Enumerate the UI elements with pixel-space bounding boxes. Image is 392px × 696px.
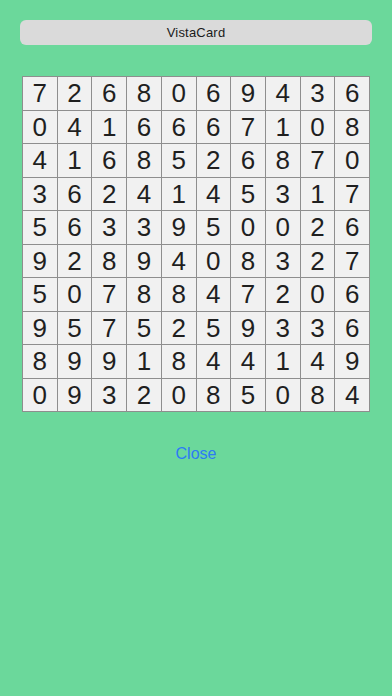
grid-cell-r3c3[interactable]: 6 (92, 144, 126, 177)
grid-cell-r2c5[interactable]: 6 (162, 111, 196, 144)
grid-cell-r3c9[interactable]: 7 (301, 144, 335, 177)
grid-cell-r4c10[interactable]: 7 (335, 178, 369, 211)
grid-cell-r5c7[interactable]: 0 (231, 211, 265, 244)
grid-cell-r3c2[interactable]: 1 (58, 144, 92, 177)
grid-cell-r5c8[interactable]: 0 (266, 211, 300, 244)
grid-cell-r8c6[interactable]: 5 (197, 312, 231, 345)
grid-cell-r2c3[interactable]: 1 (92, 111, 126, 144)
grid-cell-r6c7[interactable]: 8 (231, 245, 265, 278)
grid-cell-r5c1[interactable]: 5 (23, 211, 57, 244)
grid-cell-r3c7[interactable]: 6 (231, 144, 265, 177)
grid-cell-r8c5[interactable]: 2 (162, 312, 196, 345)
grid-cell-r5c6[interactable]: 5 (197, 211, 231, 244)
grid-cell-r8c3[interactable]: 7 (92, 312, 126, 345)
grid-cell-r8c8[interactable]: 3 (266, 312, 300, 345)
grid-cell-r6c3[interactable]: 8 (92, 245, 126, 278)
grid-cell-r5c3[interactable]: 3 (92, 211, 126, 244)
grid-cell-r4c3[interactable]: 2 (92, 178, 126, 211)
grid-cell-r9c10[interactable]: 9 (335, 345, 369, 378)
grid-cell-r9c9[interactable]: 4 (301, 345, 335, 378)
grid-cell-r5c4[interactable]: 3 (127, 211, 161, 244)
grid-cell-r4c2[interactable]: 6 (58, 178, 92, 211)
grid-cell-r1c7[interactable]: 9 (231, 77, 265, 110)
grid-cell-r1c1[interactable]: 7 (23, 77, 57, 110)
grid-cell-r7c9[interactable]: 0 (301, 278, 335, 311)
grid-cell-r8c9[interactable]: 3 (301, 312, 335, 345)
grid-cell-r2c4[interactable]: 6 (127, 111, 161, 144)
grid-cell-r9c7[interactable]: 4 (231, 345, 265, 378)
grid-cell-r4c1[interactable]: 3 (23, 178, 57, 211)
grid-cell-r7c7[interactable]: 7 (231, 278, 265, 311)
grid-cell-r10c10[interactable]: 4 (335, 379, 369, 412)
grid-cell-r2c6[interactable]: 6 (197, 111, 231, 144)
grid-cell-r9c2[interactable]: 9 (58, 345, 92, 378)
grid-cell-r1c9[interactable]: 3 (301, 77, 335, 110)
grid-cell-r7c6[interactable]: 4 (197, 278, 231, 311)
grid-cell-r7c5[interactable]: 8 (162, 278, 196, 311)
grid-cell-r3c5[interactable]: 5 (162, 144, 196, 177)
grid-cell-r7c4[interactable]: 8 (127, 278, 161, 311)
grid-cell-r6c6[interactable]: 0 (197, 245, 231, 278)
grid-cell-r6c1[interactable]: 9 (23, 245, 57, 278)
grid-cell-r1c5[interactable]: 0 (162, 77, 196, 110)
grid-cell-r9c3[interactable]: 9 (92, 345, 126, 378)
grid-cell-r5c9[interactable]: 2 (301, 211, 335, 244)
vistacard-screen: VistaCard 726806943604166671084168526870… (0, 0, 392, 696)
grid-cell-r3c4[interactable]: 8 (127, 144, 161, 177)
grid-cell-r3c1[interactable]: 4 (23, 144, 57, 177)
close-button[interactable]: Close (0, 445, 392, 463)
grid-cell-r6c2[interactable]: 2 (58, 245, 92, 278)
grid-cell-r8c4[interactable]: 5 (127, 312, 161, 345)
grid-cell-r9c1[interactable]: 8 (23, 345, 57, 378)
grid-cell-r6c10[interactable]: 7 (335, 245, 369, 278)
grid-cell-r8c2[interactable]: 5 (58, 312, 92, 345)
grid-cell-r1c8[interactable]: 4 (266, 77, 300, 110)
grid-cell-r7c8[interactable]: 2 (266, 278, 300, 311)
grid-cell-r2c2[interactable]: 4 (58, 111, 92, 144)
grid-cell-r4c4[interactable]: 4 (127, 178, 161, 211)
grid-cell-r9c8[interactable]: 1 (266, 345, 300, 378)
grid-cell-r5c10[interactable]: 6 (335, 211, 369, 244)
grid-cell-r10c5[interactable]: 0 (162, 379, 196, 412)
grid-cell-r1c3[interactable]: 6 (92, 77, 126, 110)
grid-cell-r2c1[interactable]: 0 (23, 111, 57, 144)
grid-cell-r8c10[interactable]: 6 (335, 312, 369, 345)
grid-cell-r7c1[interactable]: 5 (23, 278, 57, 311)
grid-cell-r7c2[interactable]: 0 (58, 278, 92, 311)
grid-cell-r6c8[interactable]: 3 (266, 245, 300, 278)
grid-cell-r10c2[interactable]: 9 (58, 379, 92, 412)
number-grid: 7268069436041666710841685268703624145317… (22, 76, 370, 412)
grid-cell-r2c10[interactable]: 8 (335, 111, 369, 144)
grid-cell-r4c6[interactable]: 4 (197, 178, 231, 211)
grid-cell-r8c7[interactable]: 9 (231, 312, 265, 345)
grid-cell-r6c9[interactable]: 2 (301, 245, 335, 278)
vistacard-title-button[interactable]: VistaCard (20, 20, 372, 45)
grid-cell-r4c7[interactable]: 5 (231, 178, 265, 211)
grid-cell-r9c5[interactable]: 8 (162, 345, 196, 378)
grid-cell-r10c3[interactable]: 3 (92, 379, 126, 412)
grid-cell-r1c10[interactable]: 6 (335, 77, 369, 110)
grid-cell-r10c1[interactable]: 0 (23, 379, 57, 412)
grid-cell-r4c8[interactable]: 3 (266, 178, 300, 211)
grid-cell-r9c6[interactable]: 4 (197, 345, 231, 378)
grid-cell-r10c4[interactable]: 2 (127, 379, 161, 412)
grid-cell-r10c9[interactable]: 8 (301, 379, 335, 412)
grid-cell-r10c6[interactable]: 8 (197, 379, 231, 412)
grid-cell-r1c4[interactable]: 8 (127, 77, 161, 110)
grid-cell-r1c6[interactable]: 6 (197, 77, 231, 110)
grid-cell-r3c10[interactable]: 0 (335, 144, 369, 177)
grid-cell-r7c10[interactable]: 6 (335, 278, 369, 311)
grid-cell-r5c2[interactable]: 6 (58, 211, 92, 244)
grid-cell-r10c8[interactable]: 0 (266, 379, 300, 412)
grid-cell-r9c4[interactable]: 1 (127, 345, 161, 378)
grid-cell-r2c7[interactable]: 7 (231, 111, 265, 144)
grid-cell-r8c1[interactable]: 9 (23, 312, 57, 345)
grid-cell-r3c8[interactable]: 8 (266, 144, 300, 177)
grid-cell-r1c2[interactable]: 2 (58, 77, 92, 110)
grid-cell-r6c4[interactable]: 9 (127, 245, 161, 278)
grid-cell-r4c5[interactable]: 1 (162, 178, 196, 211)
grid-cell-r6c5[interactable]: 4 (162, 245, 196, 278)
grid-cell-r3c6[interactable]: 2 (197, 144, 231, 177)
grid-cell-r2c9[interactable]: 0 (301, 111, 335, 144)
grid-cell-r10c7[interactable]: 5 (231, 379, 265, 412)
grid-cell-r5c5[interactable]: 9 (162, 211, 196, 244)
grid-cell-r4c9[interactable]: 1 (301, 178, 335, 211)
grid-cell-r7c3[interactable]: 7 (92, 278, 126, 311)
grid-cell-r2c8[interactable]: 1 (266, 111, 300, 144)
